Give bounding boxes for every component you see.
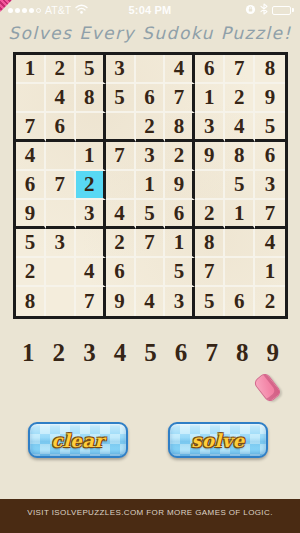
solve-button[interactable]: solve [168, 422, 268, 458]
sudoku-cell-r9c1[interactable]: 8 [16, 287, 46, 316]
sudoku-cell-r1c8[interactable]: 7 [225, 55, 255, 84]
orientation-lock-icon [245, 4, 256, 17]
solve-button-label: solve [191, 430, 244, 451]
sudoku-cell-r1c9[interactable]: 8 [255, 55, 285, 84]
sudoku-cell-r3c2[interactable]: 6 [46, 113, 76, 142]
sudoku-cell-r6c1[interactable]: 9 [16, 200, 46, 229]
sudoku-cell-r7c3[interactable] [76, 229, 106, 258]
sudoku-cell-r2c2[interactable]: 4 [46, 84, 76, 113]
sudoku-cell-r7c7[interactable]: 8 [195, 229, 225, 258]
sudoku-cell-r1c6[interactable]: 4 [165, 55, 195, 84]
app-screen: AT&T 5:04 PM [0, 0, 300, 533]
sudoku-cell-r9c4[interactable]: 9 [106, 287, 136, 316]
sudoku-cell-r5c1[interactable]: 6 [16, 171, 46, 200]
footer-text: VISIT ISOLVEPUZZLES.COM FOR MORE GAMES O… [27, 508, 273, 517]
sudoku-cell-r7c6[interactable]: 1 [165, 229, 195, 258]
sudoku-cell-r5c3[interactable]: 2 [76, 171, 106, 200]
sudoku-cell-r3c5[interactable]: 2 [136, 113, 166, 142]
sudoku-cell-r6c4[interactable]: 4 [106, 200, 136, 229]
sudoku-cell-r8c8[interactable] [225, 258, 255, 287]
sudoku-cell-r9c3[interactable]: 7 [76, 287, 106, 316]
sudoku-grid: 1253467848567129762834541732986672195393… [13, 52, 288, 319]
sudoku-cell-r2c9[interactable]: 9 [255, 84, 285, 113]
sudoku-cell-r6c6[interactable]: 6 [165, 200, 195, 229]
sudoku-cell-r4c5[interactable]: 3 [136, 142, 166, 171]
sudoku-cell-r9c7[interactable]: 5 [195, 287, 225, 316]
sudoku-cell-r6c3[interactable]: 3 [76, 200, 106, 229]
sudoku-cell-r2c4[interactable]: 5 [106, 84, 136, 113]
sudoku-cell-r3c4[interactable] [106, 113, 136, 142]
digit-palette: 123456789 [22, 338, 279, 368]
sudoku-cell-r3c1[interactable]: 7 [16, 113, 46, 142]
sudoku-cell-r3c6[interactable]: 8 [165, 113, 195, 142]
sudoku-cell-r6c2[interactable] [46, 200, 76, 229]
sudoku-cell-r1c3[interactable]: 5 [76, 55, 106, 84]
sudoku-cell-r4c2[interactable] [46, 142, 76, 171]
sudoku-cell-r1c7[interactable]: 6 [195, 55, 225, 84]
sudoku-cell-r5c6[interactable]: 9 [165, 171, 195, 200]
sudoku-cell-r9c2[interactable] [46, 287, 76, 316]
footer-banner: VISIT ISOLVEPUZZLES.COM FOR MORE GAMES O… [0, 499, 300, 533]
sudoku-cell-r1c2[interactable]: 2 [46, 55, 76, 84]
sudoku-cell-r1c4[interactable]: 3 [106, 55, 136, 84]
sudoku-cell-r4c6[interactable]: 2 [165, 142, 195, 171]
sudoku-cell-r8c3[interactable]: 4 [76, 258, 106, 287]
palette-digit-2[interactable]: 2 [53, 339, 66, 367]
sudoku-cell-r7c8[interactable] [225, 229, 255, 258]
clear-button[interactable]: clear [28, 422, 128, 458]
sudoku-cell-r4c4[interactable]: 7 [106, 142, 136, 171]
sudoku-cell-r1c5[interactable] [136, 55, 166, 84]
sudoku-cell-r2c6[interactable]: 7 [165, 84, 195, 113]
sudoku-cell-r3c3[interactable] [76, 113, 106, 142]
sudoku-cell-r8c4[interactable]: 6 [106, 258, 136, 287]
sudoku-cell-r9c5[interactable]: 4 [136, 287, 166, 316]
sudoku-cell-r2c8[interactable]: 2 [225, 84, 255, 113]
sudoku-cell-r3c9[interactable]: 5 [255, 113, 285, 142]
palette-digit-9[interactable]: 9 [267, 339, 280, 367]
status-bar: AT&T 5:04 PM [0, 0, 300, 20]
sudoku-cell-r5c8[interactable]: 5 [225, 171, 255, 200]
palette-digit-6[interactable]: 6 [175, 339, 188, 367]
sudoku-cell-r9c8[interactable]: 6 [225, 287, 255, 316]
palette-digit-7[interactable]: 7 [205, 339, 218, 367]
sudoku-cell-r6c7[interactable]: 2 [195, 200, 225, 229]
sudoku-cell-r7c1[interactable]: 5 [16, 229, 46, 258]
sudoku-cell-r5c9[interactable]: 3 [255, 171, 285, 200]
clear-button-label: clear [52, 430, 105, 451]
sudoku-cell-r7c4[interactable]: 2 [106, 229, 136, 258]
battery-icon [272, 6, 294, 15]
sudoku-cell-r5c2[interactable]: 7 [46, 171, 76, 200]
sudoku-cell-r7c2[interactable]: 3 [46, 229, 76, 258]
sudoku-cell-r2c1[interactable] [16, 84, 46, 113]
palette-digit-8[interactable]: 8 [236, 339, 249, 367]
sudoku-cell-r9c9[interactable]: 2 [255, 287, 285, 316]
bluetooth-icon [260, 3, 268, 17]
eraser-button[interactable] [252, 371, 284, 405]
sudoku-cell-r5c4[interactable] [106, 171, 136, 200]
sudoku-cell-r5c5[interactable]: 1 [136, 171, 166, 200]
palette-digit-1[interactable]: 1 [22, 339, 35, 367]
sudoku-cell-r4c3[interactable]: 1 [76, 142, 106, 171]
sudoku-cell-r8c7[interactable]: 7 [195, 258, 225, 287]
sudoku-cell-r6c5[interactable]: 5 [136, 200, 166, 229]
sudoku-cell-r2c7[interactable]: 1 [195, 84, 225, 113]
palette-digit-4[interactable]: 4 [114, 339, 127, 367]
sudoku-cell-r3c8[interactable]: 4 [225, 113, 255, 142]
palette-digit-3[interactable]: 3 [83, 339, 96, 367]
sudoku-cell-r3c7[interactable]: 3 [195, 113, 225, 142]
eraser-icon [252, 372, 282, 404]
sudoku-cell-r8c1[interactable]: 2 [16, 258, 46, 287]
sudoku-cell-r1c1[interactable]: 1 [16, 55, 46, 84]
sudoku-cell-r6c8[interactable]: 1 [225, 200, 255, 229]
sudoku-cell-r7c9[interactable]: 4 [255, 229, 285, 258]
sudoku-cell-r8c5[interactable] [136, 258, 166, 287]
sudoku-cell-r8c6[interactable]: 5 [165, 258, 195, 287]
sudoku-cell-r4c7[interactable]: 9 [195, 142, 225, 171]
sudoku-cell-r7c5[interactable]: 7 [136, 229, 166, 258]
sudoku-cell-r6c9[interactable]: 7 [255, 200, 285, 229]
page-title: Solves Every Sudoku Puzzle! [0, 23, 300, 43]
sudoku-cell-r5c7[interactable] [195, 171, 225, 200]
sudoku-cell-r2c3[interactable]: 8 [76, 84, 106, 113]
palette-digit-5[interactable]: 5 [144, 339, 157, 367]
sudoku-cell-r8c9[interactable]: 1 [255, 258, 285, 287]
sudoku-cell-r8c2[interactable] [46, 258, 76, 287]
sudoku-cell-r4c9[interactable]: 6 [255, 142, 285, 171]
sudoku-cell-r4c8[interactable]: 8 [225, 142, 255, 171]
sudoku-cell-r9c6[interactable]: 3 [165, 287, 195, 316]
sudoku-cell-r2c5[interactable]: 6 [136, 84, 166, 113]
sudoku-cell-r4c1[interactable]: 4 [16, 142, 46, 171]
